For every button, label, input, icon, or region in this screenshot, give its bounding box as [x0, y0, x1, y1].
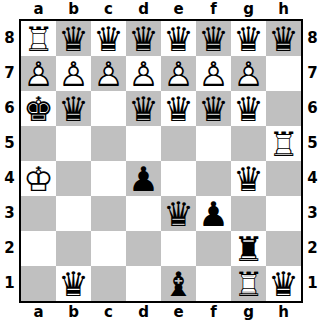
square-b2[interactable] [56, 231, 91, 266]
square-c2[interactable] [91, 231, 126, 266]
rank-label-left-6: 6 [0, 91, 19, 126]
square-g2[interactable]: ♜ [231, 231, 266, 266]
piece-white-pawn: ♟♙ [56, 56, 91, 91]
square-e8[interactable]: ♛ [161, 21, 196, 56]
file-label-top-h: h [266, 0, 301, 19]
rank-label-left-4: 4 [0, 161, 19, 196]
piece-black-queen: ♛ [56, 266, 91, 301]
square-f2[interactable] [196, 231, 231, 266]
file-label-bottom-e: e [161, 303, 196, 322]
square-h5[interactable]: ♜♖ [266, 126, 301, 161]
square-e4[interactable] [161, 161, 196, 196]
square-h3[interactable] [266, 196, 301, 231]
square-f1[interactable] [196, 266, 231, 301]
square-b1[interactable]: ♛ [56, 266, 91, 301]
piece-white-pawn: ♟♙ [161, 56, 196, 91]
square-d2[interactable] [126, 231, 161, 266]
file-label-top-g: g [231, 0, 266, 19]
piece-black-pawn: ♟ [196, 196, 231, 231]
file-label-bottom-d: d [126, 303, 161, 322]
square-g1[interactable]: ♜♖ [231, 266, 266, 301]
file-label-top-b: b [56, 0, 91, 19]
piece-white-king: ♚♔ [21, 161, 56, 196]
file-label-top-e: e [161, 0, 196, 19]
piece-black-rook: ♜ [231, 231, 266, 266]
rank-label-left-2: 2 [0, 231, 19, 266]
piece-black-queen: ♛ [126, 91, 161, 126]
square-d7[interactable]: ♟♙ [126, 56, 161, 91]
rank-label-right-6: 6 [303, 91, 322, 126]
square-c6[interactable] [91, 91, 126, 126]
file-label-bottom-b: b [56, 303, 91, 322]
square-a1[interactable] [21, 266, 56, 301]
piece-white-pawn: ♟♙ [126, 56, 161, 91]
piece-black-pawn: ♟ [126, 161, 161, 196]
square-c7[interactable]: ♟♙ [91, 56, 126, 91]
square-g8[interactable]: ♛ [231, 21, 266, 56]
piece-black-queen: ♛ [91, 21, 126, 56]
piece-black-bishop: ♝ [161, 266, 196, 301]
square-g3[interactable] [231, 196, 266, 231]
square-f6[interactable]: ♛ [196, 91, 231, 126]
file-label-top-c: c [91, 0, 126, 19]
square-h6[interactable] [266, 91, 301, 126]
square-h1[interactable]: ♛ [266, 266, 301, 301]
file-label-bottom-g: g [231, 303, 266, 322]
square-e3[interactable]: ♛ [161, 196, 196, 231]
file-label-bottom-c: c [91, 303, 126, 322]
file-label-bottom-h: h [266, 303, 301, 322]
square-h4[interactable] [266, 161, 301, 196]
square-h7[interactable] [266, 56, 301, 91]
square-h2[interactable] [266, 231, 301, 266]
piece-black-queen: ♛ [56, 21, 91, 56]
square-g7[interactable]: ♟♙ [231, 56, 266, 91]
square-b5[interactable] [56, 126, 91, 161]
chess-board: ♜♖♛♛♛♛♛♛♛♟♙♟♙♟♙♟♙♟♙♟♙♟♙♚♛♛♛♛♛♜♖♚♔♟♛♛♟♜♛♝… [19, 19, 303, 303]
square-a4[interactable]: ♚♔ [21, 161, 56, 196]
piece-black-queen: ♛ [266, 266, 301, 301]
piece-black-queen: ♛ [161, 91, 196, 126]
square-f4[interactable] [196, 161, 231, 196]
chess-diagram: ♜♖♛♛♛♛♛♛♛♟♙♟♙♟♙♟♙♟♙♟♙♟♙♚♛♛♛♛♛♜♖♚♔♟♛♛♟♜♛♝… [0, 0, 322, 322]
square-c3[interactable] [91, 196, 126, 231]
square-d6[interactable]: ♛ [126, 91, 161, 126]
square-a7[interactable]: ♟♙ [21, 56, 56, 91]
square-d8[interactable]: ♛ [126, 21, 161, 56]
piece-white-pawn: ♟♙ [91, 56, 126, 91]
piece-black-queen: ♛ [161, 21, 196, 56]
rank-label-left-7: 7 [0, 56, 19, 91]
square-e2[interactable] [161, 231, 196, 266]
square-c8[interactable]: ♛ [91, 21, 126, 56]
square-d4[interactable]: ♟ [126, 161, 161, 196]
piece-black-queen: ♛ [196, 21, 231, 56]
square-f5[interactable] [196, 126, 231, 161]
rank-label-left-1: 1 [0, 266, 19, 301]
square-c1[interactable] [91, 266, 126, 301]
square-f8[interactable]: ♛ [196, 21, 231, 56]
piece-black-queen: ♛ [196, 91, 231, 126]
square-b3[interactable] [56, 196, 91, 231]
file-label-top-d: d [126, 0, 161, 19]
square-d1[interactable] [126, 266, 161, 301]
rank-label-right-8: 8 [303, 21, 322, 56]
square-a6[interactable]: ♚ [21, 91, 56, 126]
file-label-top-f: f [196, 0, 231, 19]
square-a3[interactable] [21, 196, 56, 231]
square-e7[interactable]: ♟♙ [161, 56, 196, 91]
square-g6[interactable]: ♛ [231, 91, 266, 126]
square-b4[interactable] [56, 161, 91, 196]
piece-white-pawn: ♟♙ [196, 56, 231, 91]
square-b8[interactable]: ♛ [56, 21, 91, 56]
square-e5[interactable] [161, 126, 196, 161]
piece-black-queen: ♛ [266, 21, 301, 56]
rank-label-left-3: 3 [0, 196, 19, 231]
square-g4[interactable]: ♛ [231, 161, 266, 196]
file-label-bottom-a: a [21, 303, 56, 322]
square-e1[interactable]: ♝ [161, 266, 196, 301]
piece-white-rook: ♜♖ [21, 21, 56, 56]
piece-black-queen: ♛ [231, 161, 266, 196]
rank-label-right-2: 2 [303, 231, 322, 266]
piece-black-king: ♚ [21, 91, 56, 126]
square-b7[interactable]: ♟♙ [56, 56, 91, 91]
rank-label-right-7: 7 [303, 56, 322, 91]
square-b6[interactable]: ♛ [56, 91, 91, 126]
piece-black-queen: ♛ [161, 196, 196, 231]
square-a5[interactable] [21, 126, 56, 161]
square-c5[interactable] [91, 126, 126, 161]
square-d3[interactable] [126, 196, 161, 231]
piece-white-pawn: ♟♙ [21, 56, 56, 91]
rank-label-right-1: 1 [303, 266, 322, 301]
square-a8[interactable]: ♜♖ [21, 21, 56, 56]
square-d5[interactable] [126, 126, 161, 161]
square-f7[interactable]: ♟♙ [196, 56, 231, 91]
square-h8[interactable]: ♛ [266, 21, 301, 56]
rank-label-left-8: 8 [0, 21, 19, 56]
piece-white-rook: ♜♖ [231, 266, 266, 301]
rank-label-right-3: 3 [303, 196, 322, 231]
rank-label-right-5: 5 [303, 126, 322, 161]
file-label-bottom-f: f [196, 303, 231, 322]
square-c4[interactable] [91, 161, 126, 196]
piece-black-queen: ♛ [231, 91, 266, 126]
square-a2[interactable] [21, 231, 56, 266]
rank-label-right-4: 4 [303, 161, 322, 196]
rank-label-left-5: 5 [0, 126, 19, 161]
square-f3[interactable]: ♟ [196, 196, 231, 231]
piece-black-queen: ♛ [231, 21, 266, 56]
file-label-top-a: a [21, 0, 56, 19]
square-g5[interactable] [231, 126, 266, 161]
piece-black-queen: ♛ [126, 21, 161, 56]
piece-black-queen: ♛ [56, 91, 91, 126]
piece-white-rook: ♜♖ [266, 126, 301, 161]
square-e6[interactable]: ♛ [161, 91, 196, 126]
piece-white-pawn: ♟♙ [231, 56, 266, 91]
